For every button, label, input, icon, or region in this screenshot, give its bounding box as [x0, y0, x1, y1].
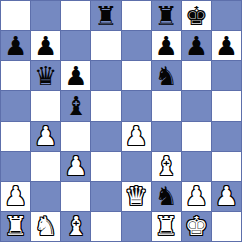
black-pawn-icon: ♟: [34, 33, 57, 59]
square-b3[interactable]: [31, 152, 60, 181]
square-g3[interactable]: [182, 152, 211, 181]
square-b6[interactable]: ♛: [31, 61, 60, 90]
square-d3[interactable]: [91, 152, 120, 181]
square-c3[interactable]: ♟: [61, 152, 90, 181]
square-e1[interactable]: [122, 212, 151, 241]
square-d4[interactable]: [91, 122, 120, 151]
square-g6[interactable]: [182, 61, 211, 90]
square-h8[interactable]: [212, 1, 241, 30]
square-c5[interactable]: ♝: [61, 91, 90, 120]
square-c4[interactable]: [61, 122, 90, 151]
square-a1[interactable]: ♜: [1, 212, 30, 241]
square-h6[interactable]: [212, 61, 241, 90]
square-g7[interactable]: ♟: [182, 31, 211, 60]
square-e4[interactable]: ♟: [122, 122, 151, 151]
square-a2[interactable]: ♟: [1, 182, 30, 211]
square-d5[interactable]: [91, 91, 120, 120]
square-g8[interactable]: ♚: [182, 1, 211, 30]
black-king-icon: ♚: [185, 3, 208, 29]
white-king-icon: ♚: [185, 213, 208, 239]
white-pawn-icon: ♟: [185, 183, 208, 209]
square-b1[interactable]: ♞: [31, 212, 60, 241]
white-pawn-icon: ♟: [4, 183, 27, 209]
square-b5[interactable]: [31, 91, 60, 120]
square-g5[interactable]: [182, 91, 211, 120]
square-c6[interactable]: ♟: [61, 61, 90, 90]
square-a8[interactable]: [1, 1, 30, 30]
square-g2[interactable]: ♟: [182, 182, 211, 211]
square-e8[interactable]: [122, 1, 151, 30]
square-f1[interactable]: ♜: [152, 212, 181, 241]
black-rook-icon: ♜: [155, 3, 178, 29]
square-e3[interactable]: [122, 152, 151, 181]
square-c1[interactable]: ♝: [61, 212, 90, 241]
white-knight-icon: ♞: [34, 213, 57, 239]
white-bishop-icon: ♝: [155, 153, 178, 179]
square-b8[interactable]: [31, 1, 60, 30]
square-d6[interactable]: [91, 61, 120, 90]
square-f3[interactable]: ♝: [152, 152, 181, 181]
black-pawn-icon: ♟: [4, 33, 27, 59]
square-d1[interactable]: [91, 212, 120, 241]
square-c7[interactable]: [61, 31, 90, 60]
black-knight-icon: ♞: [155, 183, 178, 209]
square-h5[interactable]: [212, 91, 241, 120]
square-e5[interactable]: [122, 91, 151, 120]
white-pawn-icon: ♟: [124, 123, 147, 149]
square-f5[interactable]: [152, 91, 181, 120]
square-f6[interactable]: ♞: [152, 61, 181, 90]
black-rook-icon: ♜: [94, 3, 117, 29]
white-rook-icon: ♜: [155, 213, 178, 239]
white-pawn-icon: ♟: [34, 123, 57, 149]
square-a7[interactable]: ♟: [1, 31, 30, 60]
square-a5[interactable]: [1, 91, 30, 120]
black-pawn-icon: ♟: [64, 63, 87, 89]
square-f2[interactable]: ♞: [152, 182, 181, 211]
square-g1[interactable]: ♚: [182, 212, 211, 241]
square-f7[interactable]: ♟: [152, 31, 181, 60]
black-pawn-icon: ♟: [155, 33, 178, 59]
square-h2[interactable]: ♟: [212, 182, 241, 211]
square-f8[interactable]: ♜: [152, 1, 181, 30]
square-h3[interactable]: [212, 152, 241, 181]
black-pawn-icon: ♟: [185, 33, 208, 59]
white-pawn-icon: ♟: [64, 153, 87, 179]
square-b4[interactable]: ♟: [31, 122, 60, 151]
black-queen-icon: ♛: [34, 63, 57, 89]
square-b2[interactable]: [31, 182, 60, 211]
square-e6[interactable]: [122, 61, 151, 90]
square-a6[interactable]: [1, 61, 30, 90]
square-g4[interactable]: [182, 122, 211, 151]
chess-board: ♜♜♚♟♟♟♟♟♛♟♞♝♟♟♟♝♟♛♞♟♟♜♞♝♜♚: [0, 0, 242, 242]
square-h7[interactable]: ♟: [212, 31, 241, 60]
white-rook-icon: ♜: [4, 213, 27, 239]
square-e2[interactable]: ♛: [122, 182, 151, 211]
square-a3[interactable]: [1, 152, 30, 181]
white-pawn-icon: ♟: [215, 183, 238, 209]
black-knight-icon: ♞: [155, 63, 178, 89]
square-h1[interactable]: [212, 212, 241, 241]
black-pawn-icon: ♟: [215, 33, 238, 59]
square-f4[interactable]: [152, 122, 181, 151]
square-d2[interactable]: [91, 182, 120, 211]
square-b7[interactable]: ♟: [31, 31, 60, 60]
square-c8[interactable]: [61, 1, 90, 30]
square-e7[interactable]: [122, 31, 151, 60]
white-queen-icon: ♛: [124, 183, 147, 209]
white-bishop-icon: ♝: [64, 213, 87, 239]
black-bishop-icon: ♝: [64, 93, 87, 119]
square-a4[interactable]: [1, 122, 30, 151]
square-c2[interactable]: [61, 182, 90, 211]
square-h4[interactable]: [212, 122, 241, 151]
square-d8[interactable]: ♜: [91, 1, 120, 30]
square-d7[interactable]: [91, 31, 120, 60]
